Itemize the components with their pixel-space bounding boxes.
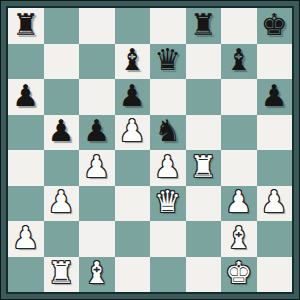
piece-wP-d5: ♟ (119, 116, 146, 146)
square-e2[interactable] (150, 221, 186, 257)
piece-wP-a2: ♟ (12, 223, 39, 253)
square-g1[interactable]: ♚ (221, 257, 257, 293)
square-f2[interactable] (186, 221, 222, 257)
square-e5[interactable]: ♞ (150, 115, 186, 151)
square-g8[interactable] (221, 8, 257, 44)
square-b2[interactable] (44, 221, 80, 257)
piece-bR-a8: ♜ (12, 10, 39, 40)
square-f1[interactable] (186, 257, 222, 293)
piece-wB-g2: ♝ (225, 223, 252, 253)
square-d5[interactable]: ♟ (115, 115, 151, 151)
square-e6[interactable] (150, 79, 186, 115)
piece-bK-h8: ♚ (261, 10, 288, 40)
square-d3[interactable] (115, 186, 151, 222)
piece-bR-f8: ♜ (190, 10, 217, 40)
square-a7[interactable] (8, 44, 44, 80)
square-h7[interactable] (257, 44, 293, 80)
square-d2[interactable] (115, 221, 151, 257)
square-g3[interactable]: ♟ (221, 186, 257, 222)
piece-wP-b3: ♟ (48, 187, 75, 217)
square-c8[interactable] (79, 8, 115, 44)
piece-bP-d6: ♟ (119, 81, 146, 111)
square-f7[interactable] (186, 44, 222, 80)
square-c2[interactable] (79, 221, 115, 257)
piece-wQ-e3: ♛ (154, 187, 181, 217)
piece-wR-f4: ♜ (190, 152, 217, 182)
piece-bP-h6: ♟ (261, 81, 288, 111)
square-a6[interactable]: ♟ (8, 79, 44, 115)
square-e4[interactable]: ♟ (150, 150, 186, 186)
square-c1[interactable]: ♝ (79, 257, 115, 293)
piece-bB-d7: ♝ (119, 45, 146, 75)
square-a1[interactable] (8, 257, 44, 293)
chess-diagram: ♜♜♚♝♛♝♟♟♟♟♟♟♞♟♟♜♟♛♟♟♟♝♜♝♚ (0, 0, 300, 300)
square-b1[interactable]: ♜ (44, 257, 80, 293)
square-e3[interactable]: ♛ (150, 186, 186, 222)
square-e7[interactable]: ♛ (150, 44, 186, 80)
square-b3[interactable]: ♟ (44, 186, 80, 222)
square-h8[interactable]: ♚ (257, 8, 293, 44)
square-h4[interactable] (257, 150, 293, 186)
square-c6[interactable] (79, 79, 115, 115)
piece-bP-a6: ♟ (12, 81, 39, 111)
square-b4[interactable] (44, 150, 80, 186)
square-h1[interactable] (257, 257, 293, 293)
square-b5[interactable]: ♟ (44, 115, 80, 151)
square-c3[interactable] (79, 186, 115, 222)
square-a4[interactable] (8, 150, 44, 186)
square-h2[interactable] (257, 221, 293, 257)
square-c4[interactable]: ♟ (79, 150, 115, 186)
piece-bP-c5: ♟ (83, 116, 110, 146)
piece-wR-b1: ♜ (48, 258, 75, 288)
square-f3[interactable] (186, 186, 222, 222)
piece-wP-e4: ♟ (154, 152, 181, 182)
square-g2[interactable]: ♝ (221, 221, 257, 257)
square-g5[interactable] (221, 115, 257, 151)
square-g7[interactable]: ♝ (221, 44, 257, 80)
piece-wP-c4: ♟ (83, 152, 110, 182)
square-f8[interactable]: ♜ (186, 8, 222, 44)
square-g6[interactable] (221, 79, 257, 115)
square-a3[interactable] (8, 186, 44, 222)
square-b7[interactable] (44, 44, 80, 80)
board-frame: ♜♜♚♝♛♝♟♟♟♟♟♟♞♟♟♜♟♛♟♟♟♝♜♝♚ (0, 0, 300, 300)
piece-wB-c1: ♝ (83, 258, 110, 288)
square-d7[interactable]: ♝ (115, 44, 151, 80)
square-b6[interactable] (44, 79, 80, 115)
square-c7[interactable] (79, 44, 115, 80)
square-h3[interactable]: ♟ (257, 186, 293, 222)
chess-board: ♜♜♚♝♛♝♟♟♟♟♟♟♞♟♟♜♟♛♟♟♟♝♜♝♚ (6, 6, 294, 294)
piece-bB-g7: ♝ (225, 45, 252, 75)
square-a8[interactable]: ♜ (8, 8, 44, 44)
square-g4[interactable] (221, 150, 257, 186)
square-f4[interactable]: ♜ (186, 150, 222, 186)
square-d1[interactable] (115, 257, 151, 293)
piece-wK-g1: ♚ (225, 258, 252, 288)
piece-bP-b5: ♟ (48, 116, 75, 146)
square-a5[interactable] (8, 115, 44, 151)
piece-bQ-e7: ♛ (154, 45, 181, 75)
square-e8[interactable] (150, 8, 186, 44)
square-d6[interactable]: ♟ (115, 79, 151, 115)
square-f6[interactable] (186, 79, 222, 115)
piece-bN-e5: ♞ (154, 116, 181, 146)
square-a2[interactable]: ♟ (8, 221, 44, 257)
square-e1[interactable] (150, 257, 186, 293)
square-d4[interactable] (115, 150, 151, 186)
square-h6[interactable]: ♟ (257, 79, 293, 115)
square-c5[interactable]: ♟ (79, 115, 115, 151)
square-h5[interactable] (257, 115, 293, 151)
square-d8[interactable] (115, 8, 151, 44)
square-f5[interactable] (186, 115, 222, 151)
piece-wP-g3: ♟ (225, 187, 252, 217)
piece-wP-h3: ♟ (261, 187, 288, 217)
square-b8[interactable] (44, 8, 80, 44)
